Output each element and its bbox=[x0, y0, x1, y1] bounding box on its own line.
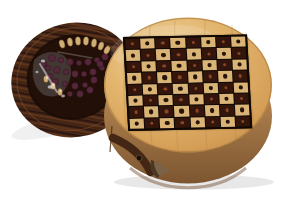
square-g7 bbox=[216, 48, 231, 59]
tray-piece-light bbox=[75, 37, 81, 46]
square-h5 bbox=[233, 71, 248, 82]
square-e6 bbox=[187, 60, 202, 71]
tray-piece-dark bbox=[54, 67, 61, 74]
tray-piece-dark bbox=[77, 91, 84, 98]
square-f2 bbox=[205, 105, 220, 116]
tray-piece-dark bbox=[72, 83, 79, 90]
square-e8 bbox=[186, 37, 201, 48]
tray-piece-dark bbox=[76, 60, 82, 66]
pivot-hole bbox=[137, 156, 141, 160]
square-d8 bbox=[170, 38, 185, 49]
tray-piece-dark bbox=[82, 82, 88, 88]
tray-piece-dark bbox=[90, 69, 97, 76]
tray-piece-dark bbox=[67, 91, 73, 97]
square-a4 bbox=[128, 84, 143, 95]
square-c4 bbox=[158, 83, 173, 94]
square-b5 bbox=[142, 72, 157, 83]
square-d7 bbox=[171, 49, 186, 60]
tray-piece-dark bbox=[102, 54, 109, 61]
square-h2 bbox=[235, 105, 250, 116]
square-d2 bbox=[174, 106, 189, 117]
board-grid bbox=[125, 36, 250, 128]
square-e4 bbox=[188, 83, 203, 94]
tray-piece-dark bbox=[87, 87, 94, 94]
square-b8 bbox=[140, 38, 155, 49]
square-c5 bbox=[157, 72, 172, 83]
chess-board bbox=[123, 34, 252, 131]
square-f8 bbox=[201, 37, 216, 48]
tray-piece-dark bbox=[49, 55, 56, 62]
travel-chess-set-photo bbox=[0, 0, 290, 200]
square-b4 bbox=[143, 84, 158, 95]
square-e5 bbox=[188, 71, 203, 82]
square-d6 bbox=[172, 60, 187, 71]
tray-piece-dark bbox=[81, 71, 87, 77]
square-f5 bbox=[203, 71, 218, 82]
tray-piece-dark bbox=[85, 59, 92, 66]
square-g3 bbox=[219, 94, 234, 105]
square-c2 bbox=[159, 106, 174, 117]
square-h6 bbox=[232, 59, 247, 70]
square-a6 bbox=[126, 61, 141, 72]
square-e7 bbox=[186, 49, 201, 60]
square-a7 bbox=[126, 50, 141, 61]
tray-piece-dark bbox=[62, 81, 68, 87]
square-g2 bbox=[220, 105, 235, 116]
tray-piece-dark bbox=[67, 59, 74, 66]
tray-piece-dark bbox=[72, 71, 79, 78]
tray-piece-dark bbox=[91, 77, 98, 84]
square-a8 bbox=[125, 39, 140, 50]
square-h3 bbox=[234, 93, 249, 104]
square-c8 bbox=[155, 38, 170, 49]
square-h7 bbox=[232, 48, 247, 59]
tray-piece-dark bbox=[58, 57, 64, 63]
square-d4 bbox=[173, 83, 188, 94]
square-g1 bbox=[220, 116, 235, 127]
square-e2 bbox=[189, 106, 204, 117]
square-c3 bbox=[159, 95, 174, 106]
square-b2 bbox=[144, 107, 159, 118]
square-c6 bbox=[157, 61, 172, 72]
square-a3 bbox=[128, 95, 143, 106]
square-d5 bbox=[172, 72, 187, 83]
square-e3 bbox=[189, 94, 204, 105]
square-h4 bbox=[234, 82, 249, 93]
square-h8 bbox=[231, 36, 246, 47]
square-c7 bbox=[156, 49, 171, 60]
tray-piece-dark bbox=[63, 69, 69, 75]
square-f6 bbox=[202, 60, 217, 71]
square-a5 bbox=[127, 73, 142, 84]
square-f3 bbox=[204, 94, 219, 105]
square-b7 bbox=[141, 50, 156, 61]
square-g4 bbox=[218, 82, 233, 93]
square-f7 bbox=[201, 48, 216, 59]
square-b3 bbox=[143, 95, 158, 106]
bag-glint bbox=[48, 85, 53, 89]
square-f1 bbox=[205, 117, 220, 128]
tray-piece-light bbox=[83, 37, 89, 46]
square-g8 bbox=[216, 37, 231, 48]
bag-glint bbox=[41, 59, 45, 62]
square-g5 bbox=[218, 71, 233, 82]
square-a2 bbox=[129, 107, 144, 118]
bag-glint bbox=[35, 71, 38, 73]
square-h1 bbox=[235, 116, 250, 127]
square-f4 bbox=[203, 83, 218, 94]
square-b1 bbox=[145, 118, 160, 129]
square-e1 bbox=[190, 117, 205, 128]
square-c1 bbox=[160, 118, 175, 129]
square-g6 bbox=[217, 59, 232, 70]
square-d1 bbox=[175, 117, 190, 128]
square-a1 bbox=[130, 118, 145, 129]
tray-piece-dark bbox=[97, 61, 104, 68]
square-d3 bbox=[174, 95, 189, 106]
square-b6 bbox=[142, 61, 157, 72]
piece-glint bbox=[60, 90, 62, 92]
tray-piece-light bbox=[58, 88, 63, 95]
bag-glint bbox=[61, 95, 65, 98]
